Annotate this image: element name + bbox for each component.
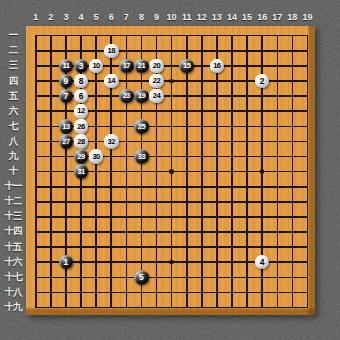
- move-number: 7: [64, 92, 69, 101]
- black-stone-25[interactable]: 25: [134, 119, 149, 134]
- row-label: 十一: [0, 179, 26, 194]
- move-number: 29: [77, 153, 84, 161]
- move-number: 21: [138, 62, 145, 70]
- move-number: 32: [108, 138, 115, 146]
- move-number: 18: [108, 47, 115, 55]
- white-stone-10[interactable]: 10: [89, 59, 104, 74]
- black-stone-11[interactable]: 11: [59, 59, 74, 74]
- row-label: 十八: [0, 285, 26, 300]
- row-label: 十六: [0, 255, 26, 270]
- column-label: 15: [240, 10, 255, 24]
- black-stone-7[interactable]: 7: [59, 89, 74, 104]
- white-stone-32[interactable]: 32: [104, 134, 119, 149]
- white-stone-16[interactable]: 16: [210, 59, 225, 74]
- move-number: 8: [79, 77, 84, 86]
- move-number: 1: [64, 258, 69, 267]
- move-number: 9: [64, 77, 69, 86]
- black-stone-3[interactable]: 3: [74, 59, 89, 74]
- row-label: 十: [0, 164, 26, 179]
- white-stone-26[interactable]: 26: [74, 119, 89, 134]
- row-label: 二: [0, 43, 26, 58]
- column-labels: 12345678910111213141516171819: [28, 10, 315, 24]
- move-number: 19: [138, 92, 145, 100]
- black-stone-5[interactable]: 5: [134, 270, 149, 285]
- stones-grid[interactable]: 1234567891011121314151617181920212223242…: [28, 28, 315, 315]
- move-number: 33: [138, 153, 145, 161]
- go-board[interactable]: 1234567891011121314151617181920212223242…: [26, 26, 315, 315]
- move-number: 10: [92, 62, 99, 70]
- row-label: 七: [0, 119, 26, 134]
- black-stone-1[interactable]: 1: [59, 255, 74, 270]
- row-label: 三: [0, 58, 26, 73]
- column-label: 4: [73, 10, 88, 24]
- star-point: [169, 79, 174, 84]
- column-label: 13: [209, 10, 224, 24]
- black-stone-27[interactable]: 27: [59, 134, 74, 149]
- row-label: 十三: [0, 209, 26, 224]
- move-number: 15: [183, 62, 190, 70]
- move-number: 26: [77, 123, 84, 131]
- move-number: 31: [77, 168, 84, 176]
- move-number: 12: [77, 107, 84, 115]
- row-label: 九: [0, 149, 26, 164]
- black-stone-29[interactable]: 29: [74, 149, 89, 164]
- column-label: 5: [89, 10, 104, 24]
- star-point: [260, 169, 265, 174]
- row-label: 十四: [0, 224, 26, 239]
- row-label: 一: [0, 28, 26, 43]
- black-stone-13[interactable]: 13: [59, 119, 74, 134]
- move-number: 3: [79, 62, 84, 71]
- column-label: 3: [58, 10, 73, 24]
- row-label: 十五: [0, 240, 26, 255]
- move-number: 24: [153, 92, 160, 100]
- black-stone-21[interactable]: 21: [134, 59, 149, 74]
- row-label: 六: [0, 104, 26, 119]
- move-number: 20: [153, 62, 160, 70]
- column-label: 1: [28, 10, 43, 24]
- black-stone-19[interactable]: 19: [134, 89, 149, 104]
- star-point: [169, 260, 174, 265]
- column-label: 9: [149, 10, 164, 24]
- move-number: 5: [139, 273, 144, 282]
- move-number: 28: [77, 138, 84, 146]
- go-diagram: 12345678910111213141516171819 一二三四五六七八九十…: [0, 0, 340, 340]
- black-stone-15[interactable]: 15: [179, 59, 194, 74]
- white-stone-14[interactable]: 14: [104, 74, 119, 89]
- row-labels: 一二三四五六七八九十十一十二十三十四十五十六十七十八十九: [0, 28, 26, 315]
- column-label: 7: [119, 10, 134, 24]
- black-stone-23[interactable]: 23: [119, 89, 134, 104]
- star-point: [79, 260, 84, 265]
- white-stone-20[interactable]: 20: [149, 59, 164, 74]
- row-label: 十七: [0, 270, 26, 285]
- column-label: 12: [194, 10, 209, 24]
- move-number: 11: [62, 62, 69, 70]
- column-label: 18: [285, 10, 300, 24]
- move-number: 25: [138, 123, 145, 131]
- white-stone-24[interactable]: 24: [149, 89, 164, 104]
- black-stone-31[interactable]: 31: [74, 164, 89, 179]
- white-stone-8[interactable]: 8: [74, 74, 89, 89]
- column-label: 17: [270, 10, 285, 24]
- move-number: 13: [62, 123, 69, 131]
- move-number: 4: [260, 258, 265, 267]
- column-label: 16: [255, 10, 270, 24]
- column-label: 8: [134, 10, 149, 24]
- white-stone-2[interactable]: 2: [255, 74, 270, 89]
- star-point: [169, 169, 174, 174]
- white-stone-28[interactable]: 28: [74, 134, 89, 149]
- move-number: 14: [108, 77, 115, 85]
- white-stone-30[interactable]: 30: [89, 149, 104, 164]
- column-label: 6: [104, 10, 119, 24]
- column-label: 14: [224, 10, 239, 24]
- white-stone-12[interactable]: 12: [74, 104, 89, 119]
- move-number: 16: [213, 62, 220, 70]
- white-stone-4[interactable]: 4: [255, 255, 270, 270]
- black-stone-9[interactable]: 9: [59, 74, 74, 89]
- move-number: 17: [123, 62, 130, 70]
- move-number: 2: [260, 77, 265, 86]
- move-number: 22: [153, 77, 160, 85]
- black-stone-17[interactable]: 17: [119, 59, 134, 74]
- move-number: 6: [79, 92, 84, 101]
- column-label: 19: [300, 10, 315, 24]
- move-number: 27: [62, 138, 69, 146]
- white-stone-18[interactable]: 18: [104, 44, 119, 59]
- white-stone-22[interactable]: 22: [149, 74, 164, 89]
- move-number: 30: [92, 153, 99, 161]
- row-label: 八: [0, 134, 26, 149]
- row-label: 五: [0, 89, 26, 104]
- column-label: 2: [43, 10, 58, 24]
- column-label: 10: [164, 10, 179, 24]
- move-number: 23: [123, 92, 130, 100]
- white-stone-6[interactable]: 6: [74, 89, 89, 104]
- column-label: 11: [179, 10, 194, 24]
- row-label: 四: [0, 73, 26, 88]
- row-label: 十二: [0, 194, 26, 209]
- row-label: 十九: [0, 300, 26, 315]
- black-stone-33[interactable]: 33: [134, 149, 149, 164]
